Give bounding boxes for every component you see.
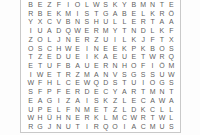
grid-cell-r9c7[interactable]: M — [82, 70, 91, 79]
grid-cell-r15c7[interactable]: I — [82, 122, 91, 131]
grid-cell-r1c1[interactable]: B — [26, 0, 35, 9]
grid-cell-r2c3[interactable]: E — [45, 9, 54, 18]
grid-cell-r9c6[interactable]: Z — [73, 70, 82, 79]
grid-cell-r4c9[interactable]: M — [101, 26, 110, 35]
grid-cell-r5c2[interactable]: O — [35, 35, 44, 44]
grid-cell-r13c7[interactable]: M — [82, 105, 91, 114]
grid-cell-r5c5[interactable]: N — [64, 35, 73, 44]
grid-cell-r14c8[interactable]: K — [92, 114, 101, 123]
grid-cell-r12c5[interactable]: Z — [64, 96, 73, 105]
grid-cell-r15c4[interactable]: N — [54, 122, 63, 131]
grid-cell-r1c7[interactable]: L — [82, 0, 91, 9]
grid-cell-r11c7[interactable]: D — [82, 87, 91, 96]
grid-cell-r13c13[interactable]: K — [139, 105, 148, 114]
grid-cell-r8c9[interactable]: R — [101, 61, 110, 70]
grid-cell-r7c11[interactable]: U — [120, 52, 129, 61]
grid-cell-r11c5[interactable]: E — [64, 87, 73, 96]
grid-cell-r7c2[interactable]: Z — [35, 52, 44, 61]
grid-cell-r13c9[interactable]: T — [101, 105, 110, 114]
grid-cell-r15c2[interactable]: G — [35, 122, 44, 131]
grid-cell-r1c15[interactable]: T — [157, 0, 166, 9]
grid-cell-r8c10[interactable]: N — [110, 61, 119, 70]
grid-cell-r14c4[interactable]: H — [54, 114, 63, 123]
grid-cell-r10c14[interactable]: O — [148, 79, 157, 88]
grid-cell-r8c1[interactable]: E — [26, 61, 35, 70]
grid-cell-r11c13[interactable]: T — [139, 87, 148, 96]
grid-cell-r10c12[interactable]: U — [129, 79, 138, 88]
grid-cell-r2c13[interactable]: L — [139, 9, 148, 18]
grid-cell-r7c9[interactable]: A — [101, 52, 110, 61]
grid-cell-r8c13[interactable]: F — [139, 61, 148, 70]
grid-cell-r12c2[interactable]: A — [35, 96, 44, 105]
grid-cell-r9c1[interactable]: I — [26, 70, 35, 79]
grid-cell-r14c7[interactable]: R — [82, 114, 91, 123]
grid-cell-r2c2[interactable]: B — [35, 9, 44, 18]
grid-cell-r13c3[interactable]: E — [45, 105, 54, 114]
grid-cell-r15c3[interactable]: J — [45, 122, 54, 131]
grid-cell-r8c2[interactable]: T — [35, 61, 44, 70]
grid-cell-r11c2[interactable]: F — [35, 87, 44, 96]
grid-cell-r12c9[interactable]: K — [101, 96, 110, 105]
grid-cell-r8c7[interactable]: U — [82, 61, 91, 70]
grid-cell-r11c15[interactable]: N — [157, 87, 166, 96]
grid-cell-r11c11[interactable]: A — [120, 87, 129, 96]
grid-cell-r2c16[interactable]: Ö — [167, 9, 176, 18]
grid-cell-r4c12[interactable]: N — [129, 26, 138, 35]
grid-cell-r4c2[interactable]: U — [35, 26, 44, 35]
grid-cell-r13c16[interactable]: L — [167, 105, 176, 114]
grid-cell-r4c13[interactable]: D — [139, 26, 148, 35]
grid-cell-r13c2[interactable]: P — [35, 105, 44, 114]
grid-cell-r3c12[interactable]: E — [129, 17, 138, 26]
grid-cell-r13c8[interactable]: E — [92, 105, 101, 114]
grid-cell-r14c13[interactable]: R — [139, 114, 148, 123]
grid-cell-r6c4[interactable]: H — [54, 44, 63, 53]
grid-cell-r6c16[interactable]: S — [167, 44, 176, 53]
grid-cell-r6c13[interactable]: K — [139, 44, 148, 53]
grid-cell-r1c12[interactable]: B — [129, 0, 138, 9]
grid-cell-r8c6[interactable]: A — [73, 61, 82, 70]
grid-cell-r6c9[interactable]: E — [101, 44, 110, 53]
grid-cell-r4c7[interactable]: E — [82, 26, 91, 35]
grid-cell-r4c1[interactable]: I — [26, 26, 35, 35]
grid-cell-r6c5[interactable]: W — [64, 44, 73, 53]
grid-cell-r14c10[interactable]: M — [110, 114, 119, 123]
grid-cell-r9c2[interactable]: W — [35, 70, 44, 79]
grid-cell-r14c2[interactable]: H — [35, 114, 44, 123]
grid-cell-r12c11[interactable]: L — [120, 96, 129, 105]
grid-cell-r2c1[interactable]: R — [26, 9, 35, 18]
grid-cell-r7c1[interactable]: T — [26, 52, 35, 61]
grid-cell-r3c16[interactable]: A — [167, 17, 176, 26]
grid-cell-r7c4[interactable]: D — [54, 52, 63, 61]
grid-cell-r9c4[interactable]: T — [54, 70, 63, 79]
grid-cell-r2c15[interactable]: R — [157, 9, 166, 18]
grid-cell-r15c8[interactable]: R — [92, 122, 101, 131]
grid-cell-r1c16[interactable]: E — [167, 0, 176, 9]
grid-cell-r4c10[interactable]: Y — [110, 26, 119, 35]
grid-cell-r3c3[interactable]: C — [45, 17, 54, 26]
grid-cell-r6c10[interactable]: E — [110, 44, 119, 53]
grid-cell-r1c14[interactable]: N — [148, 0, 157, 9]
grid-cell-r9c3[interactable]: E — [45, 70, 54, 79]
grid-cell-r2c11[interactable]: B — [120, 9, 129, 18]
grid-cell-r10c16[interactable]: S — [167, 79, 176, 88]
grid-cell-r4c6[interactable]: W — [73, 26, 82, 35]
grid-cell-r10c4[interactable]: L — [54, 79, 63, 88]
grid-cell-r9c13[interactable]: S — [139, 70, 148, 79]
grid-cell-r13c12[interactable]: D — [129, 105, 138, 114]
grid-cell-r6c11[interactable]: K — [120, 44, 129, 53]
grid-cell-r5c12[interactable]: K — [129, 35, 138, 44]
grid-cell-r7c8[interactable]: K — [92, 52, 101, 61]
grid-cell-r10c15[interactable]: G — [157, 79, 166, 88]
grid-cell-r14c11[interactable]: C — [120, 114, 129, 123]
grid-cell-r5c16[interactable]: X — [167, 35, 176, 44]
grid-cell-r13c5[interactable]: F — [64, 105, 73, 114]
grid-cell-r14c15[interactable]: W — [157, 114, 166, 123]
grid-cell-r6c3[interactable]: C — [45, 44, 54, 53]
grid-cell-r13c15[interactable]: L — [157, 105, 166, 114]
grid-cell-r9c9[interactable]: N — [101, 70, 110, 79]
grid-cell-r3c11[interactable]: L — [120, 17, 129, 26]
grid-cell-r3c7[interactable]: S — [82, 17, 91, 26]
grid-cell-r2c10[interactable]: A — [110, 9, 119, 18]
grid-cell-r13c14[interactable]: C — [148, 105, 157, 114]
grid-cell-r14c16[interactable]: L — [167, 114, 176, 123]
grid-cell-r12c8[interactable]: S — [92, 96, 101, 105]
grid-cell-r6c14[interactable]: B — [148, 44, 157, 53]
grid-cell-r10c11[interactable]: T — [120, 79, 129, 88]
grid-cell-r10c3[interactable]: H — [45, 79, 54, 88]
grid-cell-r9c5[interactable]: R — [64, 70, 73, 79]
grid-cell-r5c10[interactable]: I — [110, 35, 119, 44]
grid-cell-r10c10[interactable]: S — [110, 79, 119, 88]
grid-cell-r13c1[interactable]: U — [26, 105, 35, 114]
grid-cell-r11c10[interactable]: Y — [110, 87, 119, 96]
grid-cell-r7c6[interactable]: E — [73, 52, 82, 61]
grid-cell-r12c7[interactable]: I — [82, 96, 91, 105]
grid-cell-r3c10[interactable]: L — [110, 17, 119, 26]
grid-cell-r5c15[interactable]: T — [157, 35, 166, 44]
grid-cell-r15c15[interactable]: U — [157, 122, 166, 131]
grid-cell-r7c10[interactable]: E — [110, 52, 119, 61]
grid-cell-r15c10[interactable]: O — [110, 122, 119, 131]
grid-cell-r10c9[interactable]: D — [101, 79, 110, 88]
grid-cell-r2c8[interactable]: T — [92, 9, 101, 18]
grid-cell-r11c8[interactable]: E — [92, 87, 101, 96]
grid-cell-r5c4[interactable]: J — [54, 35, 63, 44]
grid-cell-r9c8[interactable]: A — [92, 70, 101, 79]
grid-cell-r9c16[interactable]: W — [167, 70, 176, 79]
grid-cell-r14c9[interactable]: L — [101, 114, 110, 123]
grid-cell-r12c6[interactable]: A — [73, 96, 82, 105]
grid-cell-r9c10[interactable]: V — [110, 70, 119, 79]
grid-cell-r11c3[interactable]: P — [45, 87, 54, 96]
grid-cell-r5c13[interactable]: J — [139, 35, 148, 44]
grid-cell-r14c1[interactable]: W — [26, 114, 35, 123]
grid-cell-r8c14[interactable]: I — [148, 61, 157, 70]
grid-cell-r11c16[interactable]: T — [167, 87, 176, 96]
grid-cell-r15c9[interactable]: Q — [101, 122, 110, 131]
grid-cell-r12c10[interactable]: Z — [110, 96, 119, 105]
grid-cell-r1c11[interactable]: Y — [120, 0, 129, 9]
grid-cell-r5c7[interactable]: R — [82, 35, 91, 44]
grid-cell-r4c3[interactable]: A — [45, 26, 54, 35]
grid-cell-r1c9[interactable]: S — [101, 0, 110, 9]
grid-cell-r6c8[interactable]: N — [92, 44, 101, 53]
grid-cell-r10c6[interactable]: E — [73, 79, 82, 88]
grid-cell-r2c9[interactable]: G — [101, 9, 110, 18]
grid-cell-r2c6[interactable]: I — [73, 9, 82, 18]
grid-cell-r7c12[interactable]: E — [129, 52, 138, 61]
grid-cell-r5c14[interactable]: F — [148, 35, 157, 44]
grid-cell-r2c5[interactable]: M — [64, 9, 73, 18]
grid-cell-r15c13[interactable]: C — [139, 122, 148, 131]
grid-cell-r9c12[interactable]: G — [129, 70, 138, 79]
grid-cell-r8c5[interactable]: B — [64, 61, 73, 70]
grid-cell-r4c11[interactable]: T — [120, 26, 129, 35]
grid-cell-r8c3[interactable]: U — [45, 61, 54, 70]
grid-cell-r3c9[interactable]: U — [101, 17, 110, 26]
grid-cell-r2c12[interactable]: E — [129, 9, 138, 18]
grid-cell-r1c13[interactable]: M — [139, 0, 148, 9]
grid-cell-r12c12[interactable]: E — [129, 96, 138, 105]
grid-cell-r15c14[interactable]: M — [148, 122, 157, 131]
grid-cell-r1c2[interactable]: E — [35, 0, 44, 9]
grid-cell-r6c1[interactable]: O — [26, 44, 35, 53]
grid-cell-r3c5[interactable]: B — [64, 17, 73, 26]
grid-cell-r15c6[interactable]: T — [73, 122, 82, 131]
grid-cell-r1c10[interactable]: K — [110, 0, 119, 9]
grid-cell-r8c4[interactable]: F — [54, 61, 63, 70]
grid-cell-r8c15[interactable]: Ö — [157, 61, 166, 70]
grid-cell-r2c7[interactable]: S — [82, 9, 91, 18]
grid-cell-r13c10[interactable]: Z — [110, 105, 119, 114]
grid-cell-r10c8[interactable]: Q — [92, 79, 101, 88]
grid-cell-r7c13[interactable]: T — [139, 52, 148, 61]
grid-cell-r3c1[interactable]: Y — [26, 17, 35, 26]
grid-cell-r5c3[interactable]: L — [45, 35, 54, 44]
grid-cell-r5c11[interactable]: L — [120, 35, 129, 44]
grid-cell-r10c1[interactable]: W — [26, 79, 35, 88]
grid-cell-r5c9[interactable]: U — [101, 35, 110, 44]
grid-cell-r1c3[interactable]: Z — [45, 0, 54, 9]
grid-cell-r3c13[interactable]: R — [139, 17, 148, 26]
grid-cell-r12c1[interactable]: E — [26, 96, 35, 105]
grid-cell-r12c13[interactable]: C — [139, 96, 148, 105]
word-search-grid: BEZFIOLWSKYBMNTERBEKMISTGABELKRÖYXCVBNSH… — [26, 0, 176, 131]
grid-cell-r13c4[interactable]: L — [54, 105, 63, 114]
grid-cell-r12c16[interactable]: A — [167, 96, 176, 105]
grid-cell-r2c14[interactable]: K — [148, 9, 157, 18]
grid-cell-r9c15[interactable]: U — [157, 70, 166, 79]
grid-cell-r13c11[interactable]: L — [120, 105, 129, 114]
grid-cell-r2c4[interactable]: K — [54, 9, 63, 18]
grid-cell-r6c6[interactable]: E — [73, 44, 82, 53]
grid-cell-r14c5[interactable]: N — [64, 114, 73, 123]
grid-cell-r3c2[interactable]: X — [35, 17, 44, 26]
grid-cell-r8c16[interactable]: M — [167, 61, 176, 70]
grid-cell-r4c8[interactable]: R — [92, 26, 101, 35]
grid-cell-r15c16[interactable]: S — [167, 122, 176, 131]
grid-cell-r14c3[interactable]: Ü — [45, 114, 54, 123]
grid-cell-r11c12[interactable]: R — [129, 87, 138, 96]
grid-cell-r3c8[interactable]: H — [92, 17, 101, 26]
grid-cell-r6c12[interactable]: P — [129, 44, 138, 53]
grid-cell-r10c2[interactable]: F — [35, 79, 44, 88]
grid-cell-r4c15[interactable]: K — [157, 26, 166, 35]
grid-cell-r11c9[interactable]: C — [101, 87, 110, 96]
grid-cell-r7c15[interactable]: R — [157, 52, 166, 61]
grid-cell-r7c7[interactable]: I — [82, 52, 91, 61]
grid-cell-r8c8[interactable]: E — [92, 61, 101, 70]
grid-cell-r9c14[interactable]: S — [148, 70, 157, 79]
grid-cell-r12c4[interactable]: I — [54, 96, 63, 105]
grid-cell-r7c16[interactable]: Q — [167, 52, 176, 61]
grid-cell-r12c14[interactable]: A — [148, 96, 157, 105]
grid-cell-r6c7[interactable]: I — [82, 44, 91, 53]
grid-cell-r10c7[interactable]: W — [82, 79, 91, 88]
grid-cell-r12c15[interactable]: W — [157, 96, 166, 105]
grid-cell-r13c6[interactable]: N — [73, 105, 82, 114]
grid-cell-r4c5[interactable]: Q — [64, 26, 73, 35]
grid-cell-r5c1[interactable]: Z — [26, 35, 35, 44]
grid-cell-r7c14[interactable]: W — [148, 52, 157, 61]
grid-cell-r14c12[interactable]: W — [129, 114, 138, 123]
grid-cell-r15c11[interactable]: I — [120, 122, 129, 131]
grid-cell-r4c14[interactable]: L — [148, 26, 157, 35]
grid-cell-r14c14[interactable]: T — [148, 114, 157, 123]
grid-cell-r10c13[interactable]: I — [139, 79, 148, 88]
grid-cell-r12c3[interactable]: G — [45, 96, 54, 105]
grid-cell-r1c5[interactable]: I — [64, 0, 73, 9]
grid-cell-r11c1[interactable]: S — [26, 87, 35, 96]
grid-cell-r3c6[interactable]: N — [73, 17, 82, 26]
grid-cell-r9c11[interactable]: S — [120, 70, 129, 79]
grid-cell-r4c16[interactable]: F — [167, 26, 176, 35]
grid-cell-r6c15[interactable]: O — [157, 44, 166, 53]
grid-cell-r8c12[interactable]: O — [129, 61, 138, 70]
grid-cell-r4c4[interactable]: D — [54, 26, 63, 35]
grid-cell-r7c5[interactable]: U — [64, 52, 73, 61]
grid-cell-r7c3[interactable]: E — [45, 52, 54, 61]
grid-cell-r6c2[interactable]: S — [35, 44, 44, 53]
grid-cell-r8c11[interactable]: H — [120, 61, 129, 70]
grid-cell-r11c6[interactable]: R — [73, 87, 82, 96]
grid-cell-r5c6[interactable]: E — [73, 35, 82, 44]
grid-cell-r11c4[interactable]: F — [54, 87, 63, 96]
grid-cell-r1c6[interactable]: O — [73, 0, 82, 9]
grid-cell-r5c8[interactable]: Z — [92, 35, 101, 44]
grid-cell-r1c4[interactable]: F — [54, 0, 63, 9]
grid-cell-r3c4[interactable]: V — [54, 17, 63, 26]
grid-cell-r10c5[interactable]: C — [64, 79, 73, 88]
grid-cell-r15c5[interactable]: U — [64, 122, 73, 131]
grid-cell-r11c14[interactable]: M — [148, 87, 157, 96]
grid-cell-r3c14[interactable]: T — [148, 17, 157, 26]
grid-cell-r15c1[interactable]: R — [26, 122, 35, 131]
grid-cell-r15c12[interactable]: A — [129, 122, 138, 131]
grid-cell-r3c15[interactable]: A — [157, 17, 166, 26]
grid-cell-r1c8[interactable]: W — [92, 0, 101, 9]
grid-cell-r14c6[interactable]: E — [73, 114, 82, 123]
